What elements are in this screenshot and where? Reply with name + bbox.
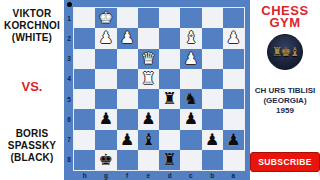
square-c3: ♟ bbox=[180, 49, 201, 69]
channel-name-line2: GYM bbox=[261, 17, 308, 29]
rank-label-6: 6 bbox=[64, 109, 74, 129]
square-h5 bbox=[74, 89, 95, 109]
black-pawn: ♟ bbox=[205, 132, 219, 148]
square-f6 bbox=[117, 109, 138, 129]
rank-label-1: 1 bbox=[64, 8, 74, 28]
white-pawn: ♟ bbox=[99, 30, 113, 46]
black-pawn: ♟ bbox=[141, 111, 155, 127]
square-b1 bbox=[202, 8, 223, 28]
square-f4 bbox=[117, 69, 138, 89]
rank-label-3: 3 bbox=[64, 49, 74, 69]
square-h1 bbox=[74, 8, 95, 28]
subscribe-button[interactable]: SUBSCRIBE bbox=[250, 152, 320, 172]
white-pawn: ♟ bbox=[120, 30, 134, 46]
white-bishop: ♝ bbox=[184, 30, 198, 46]
square-e8 bbox=[138, 150, 159, 170]
square-d3 bbox=[159, 49, 180, 69]
square-e4: ♜ bbox=[138, 69, 159, 89]
file-label-f: f bbox=[117, 170, 138, 180]
square-b6 bbox=[202, 109, 223, 129]
square-b8 bbox=[202, 150, 223, 170]
square-g5 bbox=[95, 89, 116, 109]
square-h4 bbox=[74, 69, 95, 89]
square-a1 bbox=[223, 8, 244, 28]
black-pawn: ♟ bbox=[184, 111, 198, 127]
square-a2: ♟ bbox=[223, 28, 244, 48]
square-a7: ♟ bbox=[223, 130, 244, 150]
square-d2 bbox=[159, 28, 180, 48]
black-king: ♚ bbox=[99, 152, 113, 168]
square-g1: ♚ bbox=[95, 8, 116, 28]
square-e6: ♟ bbox=[138, 109, 159, 129]
rank-label-8: 8 bbox=[64, 150, 74, 170]
square-c7 bbox=[180, 130, 201, 150]
black-bishop: ♝ bbox=[141, 132, 155, 148]
square-d1 bbox=[159, 8, 180, 28]
square-a6 bbox=[223, 109, 244, 129]
square-e1 bbox=[138, 8, 159, 28]
move-indicator-dot bbox=[67, 2, 72, 7]
black-pawn: ♟ bbox=[226, 132, 240, 148]
file-label-e: e bbox=[138, 170, 159, 180]
square-a5 bbox=[223, 89, 244, 109]
board-grid: ♚♟♟♝♟♛♟♜♜♞♟♟♟♟♝♟♟♚♜ bbox=[74, 8, 244, 170]
square-g8: ♚ bbox=[95, 150, 116, 170]
black-knight: ♞ bbox=[184, 91, 198, 107]
square-g6: ♟ bbox=[95, 109, 116, 129]
square-g4 bbox=[95, 69, 116, 89]
square-c8 bbox=[180, 150, 201, 170]
rank-label-7: 7 bbox=[64, 130, 74, 150]
square-h7 bbox=[74, 130, 95, 150]
square-b2 bbox=[202, 28, 223, 48]
square-f5 bbox=[117, 89, 138, 109]
white-king: ♚ bbox=[99, 10, 113, 26]
square-h6 bbox=[74, 109, 95, 129]
white-pawn: ♟ bbox=[184, 51, 198, 67]
square-f8 bbox=[117, 150, 138, 170]
square-g3 bbox=[95, 49, 116, 69]
square-h8 bbox=[74, 150, 95, 170]
file-label-h: h bbox=[74, 170, 95, 180]
versus-label: VS. bbox=[22, 79, 43, 94]
white-queen: ♛ bbox=[141, 51, 155, 67]
channel-panel: CHESS GYM ♜♚♝ CH URS TIBLISI (GEORGIA) 1… bbox=[250, 0, 320, 180]
file-label-d: d bbox=[159, 170, 180, 180]
black-pawn: ♟ bbox=[99, 111, 113, 127]
file-labels: hgfedcba bbox=[74, 170, 244, 180]
square-c2: ♝ bbox=[180, 28, 201, 48]
square-c4 bbox=[180, 69, 201, 89]
black-player-name: BORIS SPASSKY (BLACK) bbox=[2, 128, 62, 164]
black-rook: ♜ bbox=[162, 152, 176, 168]
square-f1 bbox=[117, 8, 138, 28]
rank-label-5: 5 bbox=[64, 89, 74, 109]
square-f3 bbox=[117, 49, 138, 69]
chess-board-block: 12345678 ♚♟♟♝♟♛♟♜♜♞♟♟♟♟♝♟♟♚♜ hgfedcba bbox=[64, 0, 250, 180]
square-d8: ♜ bbox=[159, 150, 180, 170]
square-b3 bbox=[202, 49, 223, 69]
square-h2 bbox=[74, 28, 95, 48]
rank-labels: 12345678 bbox=[64, 8, 74, 170]
square-d6 bbox=[159, 109, 180, 129]
black-pawn: ♟ bbox=[120, 132, 134, 148]
channel-name: CHESS GYM bbox=[261, 5, 308, 30]
white-pawn: ♟ bbox=[226, 30, 240, 46]
square-a8 bbox=[223, 150, 244, 170]
channel-logo: ♜♚♝ bbox=[267, 34, 303, 70]
file-label-a: a bbox=[223, 170, 244, 180]
file-label-g: g bbox=[95, 170, 116, 180]
chess-pieces-icon: ♜♚♝ bbox=[272, 45, 298, 59]
square-b4 bbox=[202, 69, 223, 89]
square-g2: ♟ bbox=[95, 28, 116, 48]
square-b5 bbox=[202, 89, 223, 109]
rank-label-4: 4 bbox=[64, 69, 74, 89]
square-c1 bbox=[180, 8, 201, 28]
square-c6: ♟ bbox=[180, 109, 201, 129]
square-d7 bbox=[159, 130, 180, 150]
file-label-b: b bbox=[202, 170, 223, 180]
square-c5: ♞ bbox=[180, 89, 201, 109]
subscribe-area: SUBSCRIBE ☝ bbox=[250, 151, 320, 172]
square-g7 bbox=[95, 130, 116, 150]
square-h3 bbox=[74, 49, 95, 69]
square-a4 bbox=[223, 69, 244, 89]
file-label-c: c bbox=[180, 170, 201, 180]
white-player-name: VIKTOR KORCHNOI (WHITE) bbox=[2, 8, 62, 44]
event-line-3: 1959 bbox=[255, 106, 315, 116]
black-rook: ♜ bbox=[162, 91, 176, 107]
event-line-1: CH URS TIBLISI bbox=[255, 86, 315, 96]
square-d4 bbox=[159, 69, 180, 89]
square-f7: ♟ bbox=[117, 130, 138, 150]
square-e3: ♛ bbox=[138, 49, 159, 69]
square-e2 bbox=[138, 28, 159, 48]
square-b7: ♟ bbox=[202, 130, 223, 150]
square-d5: ♜ bbox=[159, 89, 180, 109]
square-e5 bbox=[138, 89, 159, 109]
event-line-2: (GEORGIA) bbox=[255, 96, 315, 106]
players-panel: VIKTOR KORCHNOI (WHITE) VS. BORIS SPASSK… bbox=[0, 0, 64, 180]
rank-label-2: 2 bbox=[64, 28, 74, 48]
white-rook: ♜ bbox=[141, 71, 155, 87]
square-a3 bbox=[223, 49, 244, 69]
square-f2: ♟ bbox=[117, 28, 138, 48]
square-e7: ♝ bbox=[138, 130, 159, 150]
event-caption: CH URS TIBLISI (GEORGIA) 1959 bbox=[255, 86, 315, 117]
